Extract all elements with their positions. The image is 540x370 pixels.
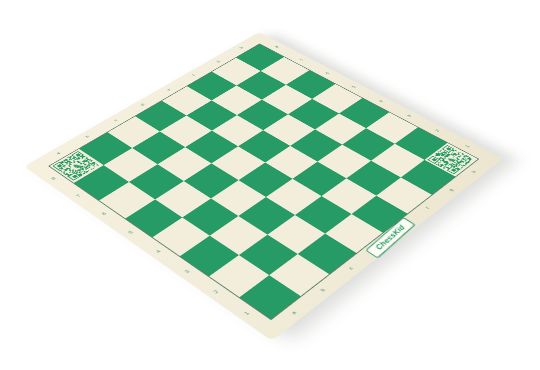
rank-label-3: 3 — [184, 269, 191, 274]
rank-label-8: 8 — [51, 177, 57, 181]
chess-board-scene: abcdefgh abcdefgh 87654321 87654321 ♞♞ C… — [24, 32, 503, 341]
file-label-g: g — [215, 60, 220, 63]
board-frame: ♞♞ — [48, 43, 479, 320]
rank-label-4: 4 — [155, 249, 162, 254]
chess-mat: abcdefgh abcdefgh 87654321 87654321 ♞♞ C… — [24, 32, 503, 341]
chess-board-grid: ♞♞ — [50, 44, 478, 319]
file-label-g: g — [448, 188, 454, 192]
file-label-a: a — [291, 310, 298, 315]
rank-label-1: 1 — [244, 311, 251, 316]
file-label-e: e — [166, 88, 172, 91]
knight-icon: ♞ — [445, 155, 459, 164]
file-label-b: b — [85, 135, 91, 139]
file-label-b: b — [320, 288, 327, 293]
file-label-h: h — [471, 170, 477, 174]
file-label-d: d — [140, 103, 146, 106]
rank-label-7: 7 — [299, 59, 304, 62]
rank-label-4: 4 — [378, 100, 384, 103]
file-label-f: f — [192, 74, 196, 77]
rank-label-2: 2 — [213, 290, 220, 295]
rank-label-5: 5 — [128, 230, 134, 234]
rank-label-1: 1 — [465, 145, 471, 149]
rank-label-8: 8 — [275, 46, 280, 49]
rank-label-5: 5 — [351, 86, 357, 89]
rank-label-6: 6 — [325, 72, 331, 75]
rank-label-2: 2 — [435, 129, 441, 133]
file-label-c: c — [348, 266, 355, 270]
rank-label-7: 7 — [76, 194, 82, 198]
file-label-c: c — [113, 119, 118, 122]
file-label-a: a — [56, 151, 62, 155]
rank-label-3: 3 — [406, 114, 412, 117]
file-label-h: h — [239, 46, 244, 49]
file-label-f: f — [425, 207, 431, 210]
rank-label-6: 6 — [101, 212, 107, 216]
